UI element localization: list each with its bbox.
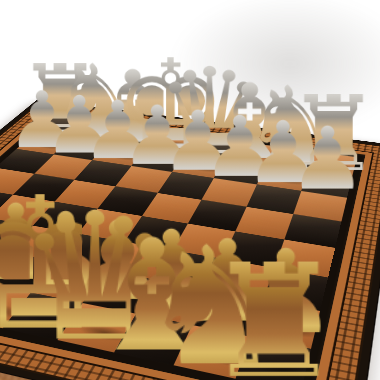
perspective-stage: ♜♞♝♚♛♝♞♜♟♟♟♟♟♟♟♟♟♟♟♟♟♟♟♟♜♞♝♚♛♝♞♜ (0, 0, 380, 380)
chess-board: ♜♞♝♚♛♝♞♜♟♟♟♟♟♟♟♟♟♟♟♟♟♟♟♟♜♞♝♚♛♝♞♜ (0, 100, 380, 380)
square-b6[interactable] (247, 185, 302, 214)
gold-rook-glyph: ♜ (203, 243, 344, 380)
photo-scene: ♜♞♝♚♛♝♞♜♟♟♟♟♟♟♟♟♟♟♟♟♟♟♟♟♜♞♝♚♛♝♞♜ (0, 0, 380, 380)
square-a1[interactable]: ♜ (236, 337, 311, 380)
